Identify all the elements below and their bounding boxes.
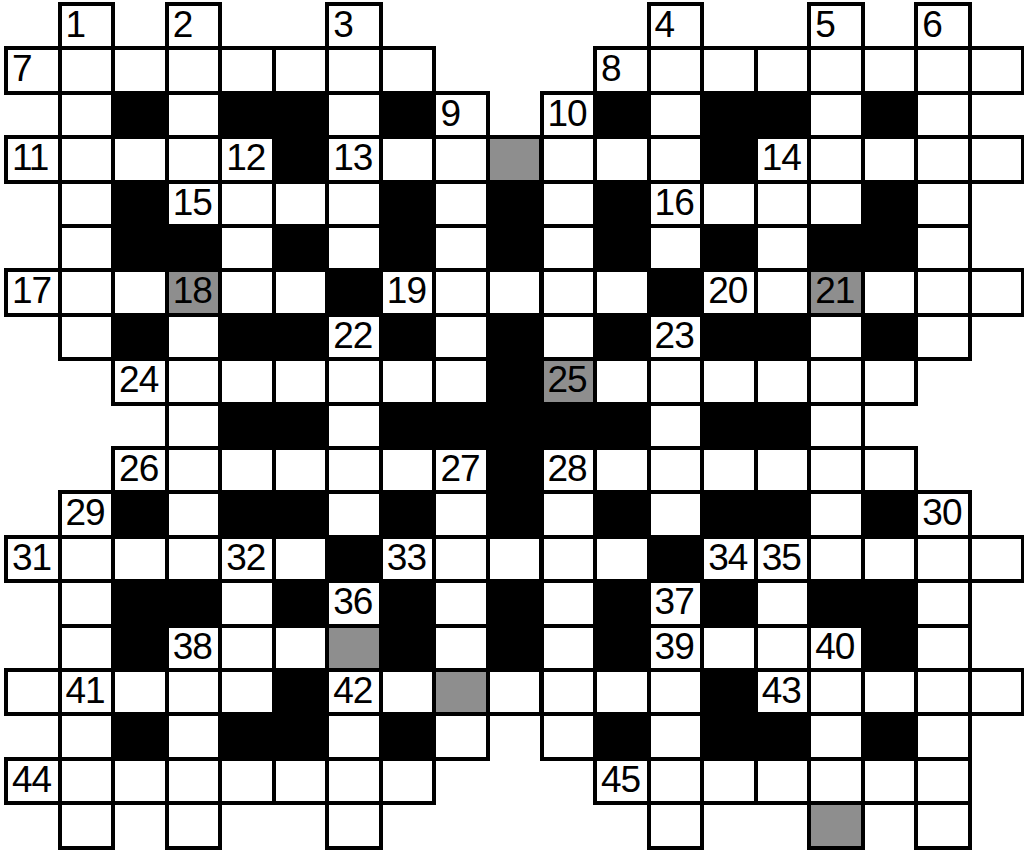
white-cell-r16c3[interactable] <box>165 712 223 760</box>
white-cell-r3c1[interactable] <box>58 135 116 183</box>
clue-number-19: 19 <box>387 269 426 313</box>
black-cell-r16c16 <box>861 712 919 760</box>
white-cell-r0c1[interactable]: 1 <box>58 2 116 50</box>
clue-number-30: 30 <box>922 491 961 535</box>
white-cell-r15c10[interactable] <box>540 668 598 716</box>
clue-number-18: 18 <box>173 269 212 313</box>
white-cell-r1c11[interactable]: 8 <box>593 46 651 94</box>
black-cell-r13c15 <box>807 579 865 627</box>
white-cell-r16c12[interactable] <box>647 712 705 760</box>
white-cell-r5c12[interactable] <box>647 224 705 272</box>
white-cell-r14c17[interactable] <box>914 624 972 672</box>
white-cell-r10c14[interactable] <box>754 446 812 494</box>
gray-cell-r6c3[interactable]: 18 <box>165 268 223 316</box>
black-cell-r13c5 <box>272 579 330 627</box>
white-cell-r9c3[interactable] <box>165 402 223 450</box>
white-cell-r1c4[interactable] <box>218 46 276 94</box>
black-cell-r11c11 <box>593 490 651 538</box>
white-cell-r3c12[interactable] <box>647 135 705 183</box>
white-cell-r1c2[interactable] <box>111 46 169 94</box>
white-cell-r1c15[interactable] <box>807 46 865 94</box>
white-cell-r12c17[interactable] <box>914 535 972 583</box>
white-cell-r15c9[interactable] <box>486 668 544 716</box>
clue-number-42: 42 <box>333 669 372 713</box>
black-cell-r9c10 <box>540 402 598 450</box>
white-cell-r17c13[interactable] <box>700 757 758 805</box>
white-cell-r5c14[interactable] <box>754 224 812 272</box>
white-cell-r12c3[interactable] <box>165 535 223 583</box>
clue-number-38: 38 <box>173 625 212 669</box>
crossword-board: 1234567891011121314151617181920212223242… <box>0 0 1024 858</box>
white-cell-r16c17[interactable] <box>914 712 972 760</box>
black-cell-r11c4 <box>218 490 276 538</box>
white-cell-r15c17[interactable] <box>914 668 972 716</box>
white-cell-r6c8[interactable] <box>432 268 490 316</box>
black-cell-r13c2 <box>111 579 169 627</box>
gray-cell-r14c6[interactable] <box>325 624 383 672</box>
white-cell-r12c16[interactable] <box>861 535 919 583</box>
white-cell-r3c15[interactable] <box>807 135 865 183</box>
white-cell-r3c11[interactable] <box>593 135 651 183</box>
black-cell-r5c7 <box>379 224 437 272</box>
white-cell-r12c18[interactable] <box>968 535 1024 583</box>
black-cell-r4c7 <box>379 180 437 228</box>
white-cell-r12c4[interactable]: 32 <box>218 535 276 583</box>
black-cell-r14c11 <box>593 624 651 672</box>
white-cell-r7c6[interactable]: 22 <box>325 313 383 361</box>
white-cell-r11c12[interactable] <box>647 490 705 538</box>
white-cell-r8c13[interactable] <box>700 357 758 405</box>
white-cell-r6c2[interactable] <box>111 268 169 316</box>
white-cell-r17c4[interactable] <box>218 757 276 805</box>
black-cell-r13c7 <box>379 579 437 627</box>
white-cell-r10c13[interactable] <box>700 446 758 494</box>
black-cell-r2c7 <box>379 91 437 139</box>
white-cell-r7c17[interactable] <box>914 313 972 361</box>
white-cell-r15c18[interactable] <box>968 668 1024 716</box>
black-cell-r2c2 <box>111 91 169 139</box>
white-cell-r7c3[interactable] <box>165 313 223 361</box>
white-cell-r1c1[interactable] <box>58 46 116 94</box>
white-cell-r17c15[interactable] <box>807 757 865 805</box>
white-cell-r3c3[interactable] <box>165 135 223 183</box>
clue-number-34: 34 <box>708 536 747 580</box>
white-cell-r1c0[interactable]: 7 <box>4 46 62 94</box>
clue-number-3: 3 <box>333 3 353 47</box>
black-cell-r16c11 <box>593 712 651 760</box>
black-cell-r15c13 <box>700 668 758 716</box>
clue-number-10: 10 <box>548 92 587 136</box>
black-cell-r14c16 <box>861 624 919 672</box>
white-cell-r1c5[interactable] <box>272 46 330 94</box>
white-cell-r10c6[interactable] <box>325 446 383 494</box>
white-cell-r3c6[interactable]: 13 <box>325 135 383 183</box>
white-cell-r1c14[interactable] <box>754 46 812 94</box>
clue-number-45: 45 <box>601 758 640 802</box>
white-cell-r6c7[interactable]: 19 <box>379 268 437 316</box>
white-cell-r1c7[interactable] <box>379 46 437 94</box>
white-cell-r15c16[interactable] <box>861 668 919 716</box>
white-cell-r13c1[interactable] <box>58 579 116 627</box>
gray-cell-r8c10[interactable]: 25 <box>540 357 598 405</box>
black-cell-r5c2 <box>111 224 169 272</box>
black-cell-r5c5 <box>272 224 330 272</box>
white-cell-r14c1[interactable] <box>58 624 116 672</box>
clue-number-24: 24 <box>119 358 158 402</box>
white-cell-r17c7[interactable] <box>379 757 437 805</box>
white-cell-r0c12[interactable]: 4 <box>647 2 705 50</box>
white-cell-r7c10[interactable] <box>540 313 598 361</box>
white-cell-r6c17[interactable] <box>914 268 972 316</box>
white-cell-r2c15[interactable] <box>807 91 865 139</box>
white-cell-r13c17[interactable] <box>914 579 972 627</box>
white-cell-r17c5[interactable] <box>272 757 330 805</box>
clue-number-23: 23 <box>655 314 694 358</box>
clue-number-15: 15 <box>173 181 212 225</box>
white-cell-r3c8[interactable] <box>432 135 490 183</box>
white-cell-r6c16[interactable] <box>861 268 919 316</box>
white-cell-r17c14[interactable] <box>754 757 812 805</box>
white-cell-r6c4[interactable] <box>218 268 276 316</box>
white-cell-r12c10[interactable] <box>540 535 598 583</box>
white-cell-r4c8[interactable] <box>432 180 490 228</box>
black-cell-r16c4 <box>218 712 276 760</box>
gray-cell-r15c8[interactable] <box>432 668 490 716</box>
white-cell-r16c10[interactable] <box>540 712 598 760</box>
white-cell-r12c1[interactable] <box>58 535 116 583</box>
white-cell-r4c14[interactable] <box>754 180 812 228</box>
clue-number-29: 29 <box>66 491 105 535</box>
gray-cell-r6c15[interactable]: 21 <box>807 268 865 316</box>
black-cell-r11c14 <box>754 490 812 538</box>
white-cell-r3c0[interactable]: 11 <box>4 135 62 183</box>
white-cell-r14c12[interactable]: 39 <box>647 624 705 672</box>
white-cell-r8c12[interactable] <box>647 357 705 405</box>
white-cell-r11c8[interactable] <box>432 490 490 538</box>
white-cell-r6c18[interactable] <box>968 268 1024 316</box>
white-cell-r18c3[interactable] <box>165 801 223 849</box>
white-cell-r17c3[interactable] <box>165 757 223 805</box>
white-cell-r4c5[interactable] <box>272 180 330 228</box>
white-cell-r8c15[interactable] <box>807 357 865 405</box>
white-cell-r13c4[interactable] <box>218 579 276 627</box>
black-cell-r14c7 <box>379 624 437 672</box>
white-cell-r4c13[interactable] <box>700 180 758 228</box>
white-cell-r10c7[interactable] <box>379 446 437 494</box>
white-cell-r6c9[interactable] <box>486 268 544 316</box>
white-cell-r17c16[interactable] <box>861 757 919 805</box>
white-cell-r10c5[interactable] <box>272 446 330 494</box>
white-cell-r6c1[interactable] <box>58 268 116 316</box>
black-cell-r11c9 <box>486 490 544 538</box>
white-cell-r4c1[interactable] <box>58 180 116 228</box>
white-cell-r13c8[interactable] <box>432 579 490 627</box>
clue-number-13: 13 <box>333 136 372 180</box>
black-cell-r11c13 <box>700 490 758 538</box>
white-cell-r10c4[interactable] <box>218 446 276 494</box>
black-cell-r9c11 <box>593 402 651 450</box>
white-cell-r12c9[interactable] <box>486 535 544 583</box>
white-cell-r0c15[interactable]: 5 <box>807 2 865 50</box>
white-cell-r11c6[interactable] <box>325 490 383 538</box>
white-cell-r7c12[interactable]: 23 <box>647 313 705 361</box>
black-cell-r2c11 <box>593 91 651 139</box>
black-cell-r7c7 <box>379 313 437 361</box>
white-cell-r15c3[interactable] <box>165 668 223 716</box>
black-cell-r5c16 <box>861 224 919 272</box>
white-cell-r16c6[interactable] <box>325 712 383 760</box>
white-cell-r3c7[interactable] <box>379 135 437 183</box>
black-cell-r16c7 <box>379 712 437 760</box>
white-cell-r6c14[interactable] <box>754 268 812 316</box>
white-cell-r4c10[interactable] <box>540 180 598 228</box>
white-cell-r2c17[interactable] <box>914 91 972 139</box>
white-cell-r5c6[interactable] <box>325 224 383 272</box>
white-cell-r2c8[interactable]: 9 <box>432 91 490 139</box>
white-cell-r8c2[interactable]: 24 <box>111 357 169 405</box>
white-cell-r9c6[interactable] <box>325 402 383 450</box>
white-cell-r3c17[interactable] <box>914 135 972 183</box>
white-cell-r5c8[interactable] <box>432 224 490 272</box>
clue-number-9: 9 <box>440 92 460 136</box>
black-cell-r7c11 <box>593 313 651 361</box>
white-cell-r11c3[interactable] <box>165 490 223 538</box>
black-cell-r16c13 <box>700 712 758 760</box>
white-cell-r14c3[interactable]: 38 <box>165 624 223 672</box>
white-cell-r4c3[interactable]: 15 <box>165 180 223 228</box>
clue-number-1: 1 <box>66 3 86 47</box>
black-cell-r7c5 <box>272 313 330 361</box>
white-cell-r1c3[interactable] <box>165 46 223 94</box>
white-cell-r14c10[interactable] <box>540 624 598 672</box>
white-cell-r10c3[interactable] <box>165 446 223 494</box>
white-cell-r18c12[interactable] <box>647 801 705 849</box>
white-cell-r17c0[interactable]: 44 <box>4 757 62 805</box>
black-cell-r15c5 <box>272 668 330 716</box>
white-cell-r17c11[interactable]: 45 <box>593 757 651 805</box>
black-cell-r2c4 <box>218 91 276 139</box>
white-cell-r14c14[interactable] <box>754 624 812 672</box>
white-cell-r6c5[interactable] <box>272 268 330 316</box>
white-cell-r1c18[interactable] <box>968 46 1024 94</box>
white-cell-r5c1[interactable] <box>58 224 116 272</box>
black-cell-r13c13 <box>700 579 758 627</box>
white-cell-r2c1[interactable] <box>58 91 116 139</box>
white-cell-r11c10[interactable] <box>540 490 598 538</box>
white-cell-r3c16[interactable] <box>861 135 919 183</box>
white-cell-r14c13[interactable] <box>700 624 758 672</box>
clue-number-8: 8 <box>601 47 621 91</box>
white-cell-r15c0[interactable] <box>4 668 62 716</box>
white-cell-r12c8[interactable] <box>432 535 490 583</box>
black-cell-r9c8 <box>432 402 490 450</box>
black-cell-r14c9 <box>486 624 544 672</box>
white-cell-r10c16[interactable] <box>861 446 919 494</box>
white-cell-r11c1[interactable]: 29 <box>58 490 116 538</box>
white-cell-r15c12[interactable] <box>647 668 705 716</box>
clue-number-5: 5 <box>815 3 835 47</box>
black-cell-r6c6 <box>325 268 383 316</box>
white-cell-r13c10[interactable] <box>540 579 598 627</box>
gray-cell-r3c9[interactable] <box>486 135 544 183</box>
white-cell-r17c2[interactable] <box>111 757 169 805</box>
white-cell-r4c6[interactable] <box>325 180 383 228</box>
black-cell-r2c16 <box>861 91 919 139</box>
clue-number-32: 32 <box>226 536 265 580</box>
clue-number-40: 40 <box>815 625 854 669</box>
gray-cell-r18c15[interactable] <box>807 801 865 849</box>
black-cell-r10c9 <box>486 446 544 494</box>
white-cell-r3c10[interactable] <box>540 135 598 183</box>
clue-number-14: 14 <box>762 136 801 180</box>
white-cell-r16c8[interactable] <box>432 712 490 760</box>
white-cell-r10c11[interactable] <box>593 446 651 494</box>
white-cell-r11c17[interactable]: 30 <box>914 490 972 538</box>
white-cell-r13c12[interactable]: 37 <box>647 579 705 627</box>
clue-number-43: 43 <box>762 669 801 713</box>
black-cell-r13c11 <box>593 579 651 627</box>
white-cell-r6c0[interactable]: 17 <box>4 268 62 316</box>
white-cell-r8c4[interactable] <box>218 357 276 405</box>
white-cell-r3c4[interactable]: 12 <box>218 135 276 183</box>
white-cell-r7c8[interactable] <box>432 313 490 361</box>
white-cell-r4c4[interactable] <box>218 180 276 228</box>
white-cell-r8c11[interactable] <box>593 357 651 405</box>
white-cell-r14c5[interactable] <box>272 624 330 672</box>
white-cell-r17c17[interactable] <box>914 757 972 805</box>
white-cell-r15c14[interactable]: 43 <box>754 668 812 716</box>
white-cell-r12c0[interactable]: 31 <box>4 535 62 583</box>
white-cell-r0c17[interactable]: 6 <box>914 2 972 50</box>
white-cell-r12c7[interactable]: 33 <box>379 535 437 583</box>
white-cell-r13c6[interactable]: 36 <box>325 579 383 627</box>
white-cell-r12c5[interactable] <box>272 535 330 583</box>
white-cell-r18c6[interactable] <box>325 801 383 849</box>
white-cell-r16c1[interactable] <box>58 712 116 760</box>
white-cell-r3c14[interactable]: 14 <box>754 135 812 183</box>
white-cell-r12c2[interactable] <box>111 535 169 583</box>
white-cell-r17c1[interactable] <box>58 757 116 805</box>
white-cell-r1c13[interactable] <box>700 46 758 94</box>
white-cell-r5c4[interactable] <box>218 224 276 272</box>
white-cell-r5c17[interactable] <box>914 224 972 272</box>
white-cell-r15c15[interactable] <box>807 668 865 716</box>
white-cell-r1c17[interactable] <box>914 46 972 94</box>
black-cell-r6c12 <box>647 268 705 316</box>
white-cell-r14c15[interactable]: 40 <box>807 624 865 672</box>
white-cell-r2c6[interactable] <box>325 91 383 139</box>
white-cell-r6c10[interactable] <box>540 268 598 316</box>
black-cell-r5c15 <box>807 224 865 272</box>
clue-number-31: 31 <box>12 536 51 580</box>
white-cell-r14c4[interactable] <box>218 624 276 672</box>
black-cell-r7c4 <box>218 313 276 361</box>
black-cell-r13c16 <box>861 579 919 627</box>
clue-number-39: 39 <box>655 625 694 669</box>
white-cell-r10c15[interactable] <box>807 446 865 494</box>
clue-number-12: 12 <box>226 136 265 180</box>
white-cell-r9c15[interactable] <box>807 402 865 450</box>
white-cell-r15c1[interactable]: 41 <box>58 668 116 716</box>
black-cell-r5c9 <box>486 224 544 272</box>
white-cell-r4c17[interactable] <box>914 180 972 228</box>
white-cell-r18c17[interactable] <box>914 801 972 849</box>
white-cell-r15c7[interactable] <box>379 668 437 716</box>
white-cell-r1c12[interactable] <box>647 46 705 94</box>
white-cell-r7c1[interactable] <box>58 313 116 361</box>
white-cell-r2c12[interactable] <box>647 91 705 139</box>
white-cell-r4c12[interactable]: 16 <box>647 180 705 228</box>
white-cell-r6c13[interactable]: 20 <box>700 268 758 316</box>
white-cell-r9c12[interactable] <box>647 402 705 450</box>
white-cell-r17c6[interactable] <box>325 757 383 805</box>
white-cell-r8c6[interactable] <box>325 357 383 405</box>
black-cell-r2c5 <box>272 91 330 139</box>
black-cell-r11c5 <box>272 490 330 538</box>
white-cell-r12c15[interactable] <box>807 535 865 583</box>
white-cell-r4c15[interactable] <box>807 180 865 228</box>
white-cell-r12c14[interactable]: 35 <box>754 535 812 583</box>
white-cell-r3c2[interactable] <box>111 135 169 183</box>
black-cell-r9c7 <box>379 402 437 450</box>
white-cell-r8c7[interactable] <box>379 357 437 405</box>
white-cell-r2c3[interactable] <box>165 91 223 139</box>
white-cell-r0c6[interactable]: 3 <box>325 2 383 50</box>
white-cell-r12c11[interactable] <box>593 535 651 583</box>
white-cell-r2c10[interactable]: 10 <box>540 91 598 139</box>
black-cell-r7c2 <box>111 313 169 361</box>
white-cell-r10c2[interactable]: 26 <box>111 446 169 494</box>
white-cell-r7c15[interactable] <box>807 313 865 361</box>
white-cell-r10c8[interactable]: 27 <box>432 446 490 494</box>
white-cell-r15c11[interactable] <box>593 668 651 716</box>
white-cell-r16c15[interactable] <box>807 712 865 760</box>
black-cell-r11c7 <box>379 490 437 538</box>
white-cell-r1c6[interactable] <box>325 46 383 94</box>
black-cell-r12c6 <box>325 535 383 583</box>
white-cell-r10c10[interactable]: 28 <box>540 446 598 494</box>
clue-number-21: 21 <box>815 269 854 313</box>
white-cell-r18c1[interactable] <box>58 801 116 849</box>
white-cell-r12c13[interactable]: 34 <box>700 535 758 583</box>
white-cell-r8c14[interactable] <box>754 357 812 405</box>
white-cell-r17c12[interactable] <box>647 757 705 805</box>
white-cell-r13c14[interactable] <box>754 579 812 627</box>
white-cell-r3c18[interactable] <box>968 135 1024 183</box>
white-cell-r14c8[interactable] <box>432 624 490 672</box>
white-cell-r10c12[interactable] <box>647 446 705 494</box>
clue-number-17: 17 <box>12 269 51 313</box>
white-cell-r6c11[interactable] <box>593 268 651 316</box>
clue-number-28: 28 <box>548 447 587 491</box>
white-cell-r15c2[interactable] <box>111 668 169 716</box>
white-cell-r5c10[interactable] <box>540 224 598 272</box>
white-cell-r15c6[interactable]: 42 <box>325 668 383 716</box>
white-cell-r15c4[interactable] <box>218 668 276 716</box>
black-cell-r14c2 <box>111 624 169 672</box>
clue-number-41: 41 <box>66 669 105 713</box>
black-cell-r4c16 <box>861 180 919 228</box>
white-cell-r11c15[interactable] <box>807 490 865 538</box>
white-cell-r8c3[interactable] <box>165 357 223 405</box>
white-cell-r0c3[interactable]: 2 <box>165 2 223 50</box>
white-cell-r1c16[interactable] <box>861 46 919 94</box>
white-cell-r8c16[interactable] <box>861 357 919 405</box>
white-cell-r8c5[interactable] <box>272 357 330 405</box>
clue-number-37: 37 <box>655 580 694 624</box>
black-cell-r9c14 <box>754 402 812 450</box>
white-cell-r8c8[interactable] <box>432 357 490 405</box>
